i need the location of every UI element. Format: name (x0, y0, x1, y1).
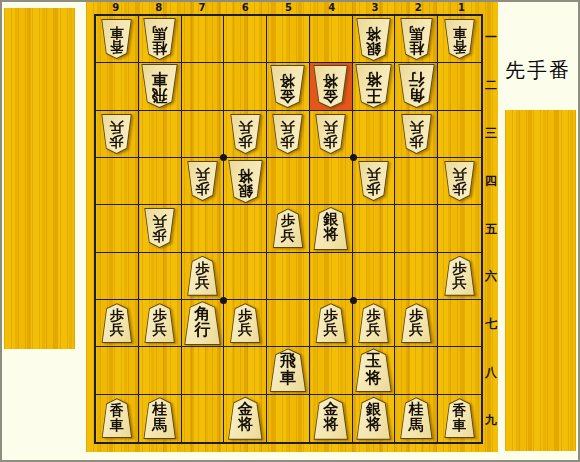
piece-label: 歩兵 (367, 308, 381, 342)
square-56[interactable] (267, 253, 310, 300)
star-point (220, 297, 227, 304)
square-39[interactable]: 銀将 (353, 395, 396, 442)
square-19[interactable]: 香車 (438, 395, 481, 442)
square-45[interactable]: 銀将 (310, 205, 353, 252)
square-43[interactable]: 歩兵 (310, 111, 353, 158)
piece-sente-歩兵[interactable]: 歩兵 (401, 303, 432, 343)
square-38[interactable]: 玉将 (353, 347, 396, 394)
piece-sente-歩兵[interactable]: 歩兵 (144, 303, 175, 343)
piece-label: 歩兵 (153, 308, 167, 342)
piece-label: 歩兵 (409, 308, 423, 342)
piece-label: 歩兵 (409, 115, 423, 149)
star-point (220, 154, 227, 161)
square-53[interactable]: 歩兵 (267, 111, 310, 158)
square-72[interactable] (182, 63, 225, 110)
square-59[interactable] (267, 395, 310, 442)
piece-gote-香車[interactable]: 香車 (444, 19, 475, 59)
square-73[interactable] (182, 111, 225, 158)
square-55[interactable]: 歩兵 (267, 205, 310, 252)
piece-label: 歩兵 (324, 308, 338, 342)
piece-gote-歩兵[interactable]: 歩兵 (101, 114, 132, 154)
square-26[interactable] (395, 253, 438, 300)
piece-gote-歩兵[interactable]: 歩兵 (315, 114, 346, 154)
square-15[interactable] (438, 205, 481, 252)
piece-gote-桂馬[interactable]: 桂馬 (143, 18, 176, 60)
piece-label: 銀将 (366, 19, 381, 56)
piece-label: 歩兵 (153, 209, 167, 243)
square-97[interactable]: 歩兵 (96, 300, 139, 347)
square-16[interactable]: 歩兵 (438, 253, 481, 300)
rank-label-7: 七 (483, 301, 499, 349)
piece-gote-歩兵[interactable]: 歩兵 (230, 114, 261, 154)
piece-label: 香車 (453, 403, 467, 437)
square-46[interactable] (310, 253, 353, 300)
square-91[interactable]: 香車 (96, 16, 139, 63)
square-76[interactable]: 歩兵 (182, 253, 225, 300)
square-49[interactable]: 金将 (310, 395, 353, 442)
square-11[interactable]: 香車 (438, 16, 481, 63)
square-89[interactable]: 桂馬 (139, 395, 182, 442)
board-panel: 987654321 一二三四五六七八九 香車桂馬銀将桂馬香車飛車金将金将王将角行… (86, 2, 498, 452)
square-92[interactable] (96, 63, 139, 110)
square-63[interactable]: 歩兵 (224, 111, 267, 158)
square-58[interactable]: 飛車 (267, 347, 310, 394)
piece-label: 玉将 (366, 353, 382, 391)
square-67[interactable]: 歩兵 (224, 300, 267, 347)
rank-label-3: 三 (483, 110, 499, 158)
square-18[interactable] (438, 347, 481, 394)
piece-gote-銀将[interactable]: 銀将 (356, 18, 391, 61)
rank-label-9: 九 (483, 396, 499, 444)
square-14[interactable]: 歩兵 (438, 158, 481, 205)
piece-label: 香車 (110, 20, 124, 54)
square-34[interactable]: 歩兵 (353, 158, 396, 205)
square-65[interactable] (224, 205, 267, 252)
square-95[interactable] (96, 205, 139, 252)
piece-sente-香車[interactable]: 香車 (444, 398, 475, 438)
piece-gote-歩兵[interactable]: 歩兵 (401, 114, 432, 154)
piece-sente-香車[interactable]: 香車 (101, 398, 132, 438)
square-52[interactable]: 金将 (267, 63, 310, 110)
rank-label-5: 五 (483, 205, 499, 253)
star-point (350, 297, 357, 304)
rank-labels: 一二三四五六七八九 (483, 14, 499, 444)
piece-sente-歩兵[interactable]: 歩兵 (272, 208, 303, 248)
square-74[interactable]: 歩兵 (182, 158, 225, 205)
piece-label: 歩兵 (238, 115, 252, 149)
piece-sente-銀将[interactable]: 銀将 (356, 397, 391, 440)
square-32[interactable]: 王将 (353, 63, 396, 110)
square-29[interactable]: 桂馬 (395, 395, 438, 442)
piece-label: 歩兵 (110, 308, 124, 342)
piece-label: 桂馬 (152, 402, 167, 438)
square-36[interactable] (353, 253, 396, 300)
piece-label: 歩兵 (110, 115, 124, 149)
piece-label: 歩兵 (238, 308, 252, 342)
square-35[interactable] (353, 205, 396, 252)
piece-label: 歩兵 (195, 162, 209, 196)
square-81[interactable]: 桂馬 (139, 16, 182, 63)
piece-label: 飛車 (152, 65, 168, 103)
square-78[interactable] (182, 347, 225, 394)
square-84[interactable] (139, 158, 182, 205)
rank-label-4: 四 (483, 157, 499, 205)
square-94[interactable] (96, 158, 139, 205)
square-61[interactable] (224, 16, 267, 63)
file-label-4: 4 (310, 2, 353, 14)
piece-gote-歩兵[interactable]: 歩兵 (444, 161, 475, 201)
square-98[interactable] (96, 347, 139, 394)
rank-label-2: 二 (483, 62, 499, 110)
piece-label: 歩兵 (367, 162, 381, 196)
piece-label: 銀将 (238, 161, 253, 198)
piece-gote-銀将[interactable]: 銀将 (228, 160, 263, 203)
square-47[interactable]: 歩兵 (310, 300, 353, 347)
square-68[interactable] (224, 347, 267, 394)
square-86[interactable] (139, 253, 182, 300)
square-13[interactable] (438, 111, 481, 158)
turn-indicator: 先手番 (505, 57, 579, 84)
piece-gote-歩兵[interactable]: 歩兵 (187, 161, 218, 201)
square-64[interactable]: 銀将 (224, 158, 267, 205)
piece-label: 銀将 (366, 402, 381, 439)
square-12[interactable] (438, 63, 481, 110)
square-69[interactable]: 金将 (224, 395, 267, 442)
piece-sente-歩兵[interactable]: 歩兵 (101, 303, 132, 343)
square-62[interactable] (224, 63, 267, 110)
file-labels: 987654321 (94, 2, 483, 14)
piece-label: 金将 (280, 66, 295, 103)
piece-label: 角行 (194, 306, 210, 344)
square-51[interactable] (267, 16, 310, 63)
piece-sente-金将[interactable]: 金将 (228, 397, 263, 440)
square-66[interactable] (224, 253, 267, 300)
file-label-1: 1 (440, 2, 483, 14)
piece-label: 歩兵 (281, 213, 295, 247)
square-75[interactable] (182, 205, 225, 252)
piece-label: 金将 (323, 402, 338, 439)
piece-label: 歩兵 (324, 115, 338, 149)
square-48[interactable] (310, 347, 353, 394)
piece-label: 桂馬 (409, 19, 424, 55)
piece-gote-王将[interactable]: 王将 (355, 64, 392, 108)
square-79[interactable] (182, 395, 225, 442)
square-87[interactable]: 歩兵 (139, 300, 182, 347)
piece-gote-金将[interactable]: 金将 (270, 65, 305, 108)
piece-gote-桂馬[interactable]: 桂馬 (400, 18, 433, 60)
rank-label-6: 六 (483, 253, 499, 301)
piece-label: 金将 (323, 66, 338, 103)
square-83[interactable] (139, 111, 182, 158)
piece-sente-歩兵[interactable]: 歩兵 (230, 303, 261, 343)
piece-sente-銀将[interactable]: 銀将 (313, 207, 348, 250)
piece-label: 金将 (238, 402, 253, 439)
square-96[interactable] (96, 253, 139, 300)
square-27[interactable]: 歩兵 (395, 300, 438, 347)
square-71[interactable] (182, 16, 225, 63)
rank-label-8: 八 (483, 348, 499, 396)
square-42[interactable]: 金将 (310, 63, 353, 110)
square-25[interactable] (395, 205, 438, 252)
square-24[interactable] (395, 158, 438, 205)
piece-sente-飛車[interactable]: 飛車 (269, 348, 306, 392)
piece-sente-桂馬[interactable]: 桂馬 (143, 397, 176, 439)
square-93[interactable]: 歩兵 (96, 111, 139, 158)
piece-gote-香車[interactable]: 香車 (101, 19, 132, 59)
square-99[interactable]: 香車 (96, 395, 139, 442)
rank-label-1: 一 (483, 14, 499, 62)
piece-label: 王将 (366, 65, 382, 103)
piece-sente-金将[interactable]: 金将 (313, 397, 348, 440)
file-label-6: 6 (224, 2, 267, 14)
piece-label: 香車 (110, 403, 124, 437)
square-28[interactable] (395, 347, 438, 394)
file-label-7: 7 (180, 2, 223, 14)
piece-sente-歩兵[interactable]: 歩兵 (444, 256, 475, 296)
file-label-8: 8 (137, 2, 180, 14)
file-label-3: 3 (353, 2, 396, 14)
piece-sente-歩兵[interactable]: 歩兵 (358, 303, 389, 343)
square-31[interactable]: 銀将 (353, 16, 396, 63)
file-label-5: 5 (267, 2, 310, 14)
square-77[interactable]: 角行 (182, 300, 225, 347)
piece-label: 桂馬 (409, 402, 424, 438)
square-88[interactable] (139, 347, 182, 394)
piece-gote-飛車[interactable]: 飛車 (141, 64, 178, 108)
square-23[interactable]: 歩兵 (395, 111, 438, 158)
piece-label: 桂馬 (152, 19, 167, 55)
square-85[interactable]: 歩兵 (139, 205, 182, 252)
piece-gote-金将[interactable]: 金将 (313, 65, 348, 108)
shogi-app-window: 987654321 一二三四五六七八九 香車桂馬銀将桂馬香車飛車金将金将王将角行… (0, 0, 580, 462)
piece-label: 歩兵 (453, 261, 467, 295)
piece-sente-玉将[interactable]: 玉将 (355, 348, 392, 392)
piece-sente-角行[interactable]: 角行 (184, 301, 221, 345)
piece-label: 飛車 (280, 353, 296, 391)
star-point (350, 154, 357, 161)
piece-label: 歩兵 (195, 261, 209, 295)
piece-sente-歩兵[interactable]: 歩兵 (315, 303, 346, 343)
square-82[interactable]: 飛車 (139, 63, 182, 110)
square-37[interactable]: 歩兵 (353, 300, 396, 347)
square-21[interactable]: 桂馬 (395, 16, 438, 63)
piece-gote-歩兵[interactable]: 歩兵 (272, 114, 303, 154)
piece-label: 歩兵 (453, 162, 467, 196)
gote-captured-stand (4, 8, 75, 349)
piece-gote-角行[interactable]: 角行 (398, 64, 435, 108)
piece-sente-桂馬[interactable]: 桂馬 (400, 397, 433, 439)
piece-label: 香車 (453, 20, 467, 54)
sente-captured-stand (505, 110, 576, 451)
square-41[interactable] (310, 16, 353, 63)
square-33[interactable] (353, 111, 396, 158)
square-57[interactable] (267, 300, 310, 347)
square-22[interactable]: 角行 (395, 63, 438, 110)
piece-label: 歩兵 (281, 115, 295, 149)
square-54[interactable] (267, 158, 310, 205)
file-label-2: 2 (397, 2, 440, 14)
piece-gote-歩兵[interactable]: 歩兵 (358, 161, 389, 201)
piece-gote-歩兵[interactable]: 歩兵 (144, 208, 175, 248)
piece-sente-歩兵[interactable]: 歩兵 (187, 256, 218, 296)
file-label-9: 9 (94, 2, 137, 14)
board-grid: 香車桂馬銀将桂馬香車飛車金将金将王将角行歩兵歩兵歩兵歩兵歩兵歩兵銀将歩兵歩兵歩兵… (94, 14, 483, 444)
piece-label: 銀将 (323, 212, 338, 249)
square-44[interactable] (310, 158, 353, 205)
square-17[interactable] (438, 300, 481, 347)
piece-label: 角行 (408, 65, 424, 103)
